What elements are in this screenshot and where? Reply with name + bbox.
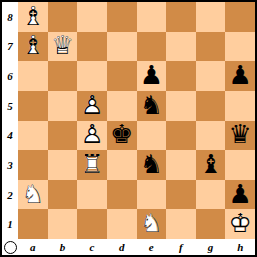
square-f8[interactable] <box>166 2 196 32</box>
square-a6[interactable] <box>18 61 48 91</box>
square-c1[interactable] <box>77 209 107 239</box>
black-knight: ♞ <box>137 91 167 121</box>
white-queen-glyph: ♕ <box>51 32 74 58</box>
white-pawn: ♟♙ <box>77 91 107 121</box>
file-label-e: e <box>137 239 167 255</box>
white-king: ♚♔ <box>225 209 255 239</box>
black-queen-glyph: ♛ <box>229 121 252 147</box>
white-pawn-glyph: ♙ <box>80 92 103 118</box>
square-a5[interactable] <box>18 91 48 121</box>
square-c3[interactable]: ♜♖ <box>77 150 107 180</box>
black-bishop: ♝ <box>196 150 226 180</box>
black-pawn-glyph: ♟ <box>229 62 252 88</box>
rank-label-3: 3 <box>2 150 18 180</box>
square-g1[interactable] <box>196 209 226 239</box>
square-b2[interactable] <box>48 180 78 210</box>
square-f2[interactable] <box>166 180 196 210</box>
square-a3[interactable] <box>18 150 48 180</box>
square-d4[interactable]: ♚ <box>107 121 137 151</box>
square-a2[interactable]: ♞♘ <box>18 180 48 210</box>
square-e6[interactable]: ♟ <box>137 61 167 91</box>
square-c7[interactable] <box>77 32 107 62</box>
file-label-b: b <box>48 239 78 255</box>
square-d7[interactable] <box>107 32 137 62</box>
white-knight-fill: ♞ <box>21 181 44 207</box>
square-h2[interactable]: ♟ <box>225 180 255 210</box>
square-e5[interactable]: ♞ <box>137 91 167 121</box>
square-e3[interactable]: ♞ <box>137 150 167 180</box>
white-knight: ♞♘ <box>137 209 167 239</box>
file-labels: abcdefgh <box>18 239 255 255</box>
square-g5[interactable] <box>196 91 226 121</box>
square-a4[interactable] <box>18 121 48 151</box>
white-pawn-glyph: ♙ <box>80 121 103 147</box>
file-label-a: a <box>18 239 48 255</box>
white-to-move-indicator <box>4 241 17 254</box>
square-g3[interactable]: ♝ <box>196 150 226 180</box>
black-pawn-glyph: ♟ <box>140 62 163 88</box>
white-pawn-fill: ♟ <box>80 121 103 147</box>
square-a8[interactable]: ♝♗ <box>18 2 48 32</box>
black-king-glyph: ♚ <box>110 121 133 147</box>
square-b4[interactable] <box>48 121 78 151</box>
white-rook-glyph: ♖ <box>80 151 103 177</box>
square-c6[interactable] <box>77 61 107 91</box>
square-f3[interactable] <box>166 150 196 180</box>
black-knight-glyph: ♞ <box>140 151 163 177</box>
file-label-d: d <box>107 239 137 255</box>
white-pawn: ♟♙ <box>77 121 107 151</box>
white-queen-fill: ♛ <box>51 32 74 58</box>
white-pawn-fill: ♟ <box>80 92 103 118</box>
square-h6[interactable]: ♟ <box>225 61 255 91</box>
white-bishop-fill: ♝ <box>21 32 44 58</box>
square-e8[interactable] <box>137 2 167 32</box>
rank-label-8: 8 <box>2 2 18 32</box>
square-f7[interactable] <box>166 32 196 62</box>
square-b3[interactable] <box>48 150 78 180</box>
rank-label-1: 1 <box>2 209 18 239</box>
white-bishop-glyph: ♗ <box>21 3 44 29</box>
square-c2[interactable] <box>77 180 107 210</box>
square-f6[interactable] <box>166 61 196 91</box>
square-e4[interactable] <box>137 121 167 151</box>
square-g2[interactable] <box>196 180 226 210</box>
chess-diagram: 87654321 ♝♗♝♗♛♕♟♟♟♙♞♟♙♚♛♜♖♞♝♞♘♟♞♘♚♔ abcd… <box>0 0 257 257</box>
white-knight-glyph: ♘ <box>140 210 163 236</box>
black-queen: ♛ <box>225 121 255 151</box>
white-knight-fill: ♞ <box>140 210 163 236</box>
white-queen: ♛♕ <box>48 32 78 62</box>
white-knight: ♞♘ <box>18 180 48 210</box>
square-f1[interactable] <box>166 209 196 239</box>
chess-board: ♝♗♝♗♛♕♟♟♟♙♞♟♙♚♛♜♖♞♝♞♘♟♞♘♚♔ <box>18 2 255 239</box>
white-knight-glyph: ♘ <box>21 181 44 207</box>
square-e1[interactable]: ♞♘ <box>137 209 167 239</box>
square-a7[interactable]: ♝♗ <box>18 32 48 62</box>
square-g6[interactable] <box>196 61 226 91</box>
square-h4[interactable]: ♛ <box>225 121 255 151</box>
square-d5[interactable] <box>107 91 137 121</box>
square-g8[interactable] <box>196 2 226 32</box>
white-king-glyph: ♔ <box>229 210 252 236</box>
square-c4[interactable]: ♟♙ <box>77 121 107 151</box>
square-d2[interactable] <box>107 180 137 210</box>
square-f5[interactable] <box>166 91 196 121</box>
white-king-fill: ♚ <box>229 210 252 236</box>
square-d6[interactable] <box>107 61 137 91</box>
black-bishop-glyph: ♝ <box>199 151 222 177</box>
file-label-f: f <box>166 239 196 255</box>
black-knight: ♞ <box>137 150 167 180</box>
black-knight-glyph: ♞ <box>140 92 163 118</box>
white-bishop-glyph: ♗ <box>21 32 44 58</box>
square-b1[interactable] <box>48 209 78 239</box>
black-pawn: ♟ <box>225 180 255 210</box>
rank-label-4: 4 <box>2 121 18 151</box>
white-rook: ♜♖ <box>77 150 107 180</box>
square-b8[interactable] <box>48 2 78 32</box>
square-e2[interactable] <box>137 180 167 210</box>
square-h3[interactable] <box>225 150 255 180</box>
square-h1[interactable]: ♚♔ <box>225 209 255 239</box>
square-d1[interactable] <box>107 209 137 239</box>
rank-labels: 87654321 <box>2 2 18 239</box>
file-label-c: c <box>77 239 107 255</box>
square-d8[interactable] <box>107 2 137 32</box>
square-b7[interactable]: ♛♕ <box>48 32 78 62</box>
white-bishop-fill: ♝ <box>21 3 44 29</box>
square-h5[interactable] <box>225 91 255 121</box>
white-bishop: ♝♗ <box>18 32 48 62</box>
square-e7[interactable] <box>137 32 167 62</box>
square-b5[interactable] <box>48 91 78 121</box>
rank-label-7: 7 <box>2 32 18 62</box>
square-g7[interactable] <box>196 32 226 62</box>
file-label-g: g <box>196 239 226 255</box>
white-rook-fill: ♜ <box>80 151 103 177</box>
black-pawn: ♟ <box>225 61 255 91</box>
square-a1[interactable] <box>18 209 48 239</box>
square-f4[interactable] <box>166 121 196 151</box>
black-king: ♚ <box>107 121 137 151</box>
rank-label-6: 6 <box>2 61 18 91</box>
black-pawn-glyph: ♟ <box>229 181 252 207</box>
rank-label-5: 5 <box>2 91 18 121</box>
square-h8[interactable] <box>225 2 255 32</box>
file-label-h: h <box>225 239 255 255</box>
square-c5[interactable]: ♟♙ <box>77 91 107 121</box>
square-g4[interactable] <box>196 121 226 151</box>
square-b6[interactable] <box>48 61 78 91</box>
square-h7[interactable] <box>225 32 255 62</box>
rank-label-2: 2 <box>2 180 18 210</box>
black-pawn: ♟ <box>137 61 167 91</box>
square-c8[interactable] <box>77 2 107 32</box>
square-d3[interactable] <box>107 150 137 180</box>
white-bishop: ♝♗ <box>18 2 48 32</box>
